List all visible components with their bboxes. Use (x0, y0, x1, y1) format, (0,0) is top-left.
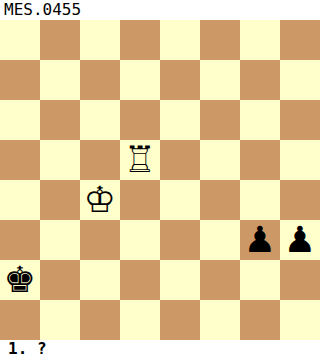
square-d3[interactable] (120, 220, 160, 260)
square-c4[interactable]: ♔ (80, 180, 120, 220)
square-f6[interactable] (200, 100, 240, 140)
square-f1[interactable] (200, 300, 240, 340)
square-f5[interactable] (200, 140, 240, 180)
square-b5[interactable] (40, 140, 80, 180)
square-a3[interactable] (0, 220, 40, 260)
square-h4[interactable] (280, 180, 320, 220)
square-f4[interactable] (200, 180, 240, 220)
square-g2[interactable] (240, 260, 280, 300)
square-f7[interactable] (200, 60, 240, 100)
square-c5[interactable] (80, 140, 120, 180)
square-e6[interactable] (160, 100, 200, 140)
square-c2[interactable] (80, 260, 120, 300)
square-e5[interactable] (160, 140, 200, 180)
chess-board[interactable]: ♖♔♟♟♚ (0, 20, 320, 340)
square-e7[interactable] (160, 60, 200, 100)
square-c8[interactable] (80, 20, 120, 60)
square-d1[interactable] (120, 300, 160, 340)
square-c3[interactable] (80, 220, 120, 260)
square-b1[interactable] (40, 300, 80, 340)
square-c6[interactable] (80, 100, 120, 140)
square-f2[interactable] (200, 260, 240, 300)
square-h8[interactable] (280, 20, 320, 60)
square-a4[interactable] (0, 180, 40, 220)
square-c7[interactable] (80, 60, 120, 100)
square-g3[interactable]: ♟ (240, 220, 280, 260)
square-a7[interactable] (0, 60, 40, 100)
square-a1[interactable] (0, 300, 40, 340)
square-c1[interactable] (80, 300, 120, 340)
square-f3[interactable] (200, 220, 240, 260)
white-rook-d5[interactable]: ♖ (124, 140, 156, 180)
square-a6[interactable] (0, 100, 40, 140)
puzzle-id: MES.0455 (0, 0, 320, 20)
square-a8[interactable] (0, 20, 40, 60)
square-e1[interactable] (160, 300, 200, 340)
square-d4[interactable] (120, 180, 160, 220)
square-e4[interactable] (160, 180, 200, 220)
square-d8[interactable] (120, 20, 160, 60)
square-h6[interactable] (280, 100, 320, 140)
black-king-a2[interactable]: ♚ (4, 260, 36, 300)
square-b7[interactable] (40, 60, 80, 100)
square-b3[interactable] (40, 220, 80, 260)
square-g7[interactable] (240, 60, 280, 100)
square-h5[interactable] (280, 140, 320, 180)
square-e3[interactable] (160, 220, 200, 260)
square-d5[interactable]: ♖ (120, 140, 160, 180)
square-d2[interactable] (120, 260, 160, 300)
black-pawn-g3[interactable]: ♟ (244, 220, 276, 260)
square-a2[interactable]: ♚ (0, 260, 40, 300)
square-b6[interactable] (40, 100, 80, 140)
black-pawn-h3[interactable]: ♟ (284, 220, 316, 260)
square-b2[interactable] (40, 260, 80, 300)
move-prompt: 1. ? (0, 340, 320, 360)
square-g6[interactable] (240, 100, 280, 140)
square-d6[interactable] (120, 100, 160, 140)
square-b4[interactable] (40, 180, 80, 220)
square-g5[interactable] (240, 140, 280, 180)
square-h3[interactable]: ♟ (280, 220, 320, 260)
square-g1[interactable] (240, 300, 280, 340)
square-g4[interactable] (240, 180, 280, 220)
square-e2[interactable] (160, 260, 200, 300)
square-g8[interactable] (240, 20, 280, 60)
white-king-c4[interactable]: ♔ (84, 180, 116, 220)
square-h7[interactable] (280, 60, 320, 100)
square-b8[interactable] (40, 20, 80, 60)
square-d7[interactable] (120, 60, 160, 100)
chess-puzzle-diagram: MES.0455 ♖♔♟♟♚ 1. ? (0, 0, 320, 360)
square-h2[interactable] (280, 260, 320, 300)
square-h1[interactable] (280, 300, 320, 340)
square-e8[interactable] (160, 20, 200, 60)
square-a5[interactable] (0, 140, 40, 180)
square-f8[interactable] (200, 20, 240, 60)
